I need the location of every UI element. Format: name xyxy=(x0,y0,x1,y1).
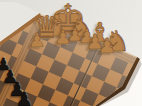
chess-photo-scene: Overhead-angle photograph of a folding w… xyxy=(0,0,142,106)
